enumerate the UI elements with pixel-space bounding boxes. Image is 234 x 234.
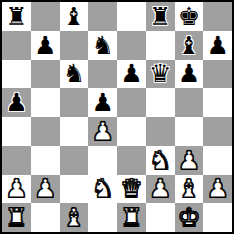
square-g3[interactable]: ♟ — [175, 146, 204, 175]
square-d2[interactable]: ♞ — [88, 175, 117, 204]
square-h4[interactable] — [203, 117, 232, 146]
square-g2[interactable]: ♝ — [175, 175, 204, 204]
square-d4[interactable]: ♟ — [88, 117, 117, 146]
black-rook[interactable]: ♜ — [5, 4, 27, 29]
square-c5[interactable] — [60, 88, 89, 117]
chess-board: ♜♝♜♚♟♞♝♟♞♟♛♟♟♟♟♞♟♟♟♞♛♟♝♟♜♝♜♚ — [0, 0, 234, 234]
square-h8[interactable] — [203, 2, 232, 31]
square-f4[interactable] — [146, 117, 175, 146]
square-c8[interactable]: ♝ — [60, 2, 89, 31]
square-c6[interactable]: ♞ — [60, 60, 89, 89]
square-h5[interactable] — [203, 88, 232, 117]
black-pawn[interactable]: ♟ — [91, 90, 113, 115]
square-h1[interactable] — [203, 203, 232, 232]
square-e5[interactable] — [117, 88, 146, 117]
square-d3[interactable] — [88, 146, 117, 175]
square-a8[interactable]: ♜ — [2, 2, 31, 31]
square-b7[interactable]: ♟ — [31, 31, 60, 60]
square-g4[interactable] — [175, 117, 204, 146]
square-f8[interactable]: ♜ — [146, 2, 175, 31]
black-pawn[interactable]: ♟ — [34, 33, 56, 58]
square-b1[interactable] — [31, 203, 60, 232]
white-pawn[interactable]: ♟ — [91, 119, 113, 144]
square-a4[interactable] — [2, 117, 31, 146]
square-h3[interactable] — [203, 146, 232, 175]
square-b6[interactable] — [31, 60, 60, 89]
square-a6[interactable] — [2, 60, 31, 89]
square-f1[interactable] — [146, 203, 175, 232]
square-g7[interactable]: ♝ — [175, 31, 204, 60]
square-c1[interactable]: ♝ — [60, 203, 89, 232]
square-e2[interactable]: ♛ — [117, 175, 146, 204]
square-a2[interactable]: ♟ — [2, 175, 31, 204]
square-h7[interactable]: ♟ — [203, 31, 232, 60]
black-pawn[interactable]: ♟ — [120, 61, 142, 86]
black-knight[interactable]: ♞ — [63, 61, 85, 86]
white-pawn[interactable]: ♟ — [34, 176, 56, 201]
white-king[interactable]: ♚ — [178, 205, 200, 230]
black-rook[interactable]: ♜ — [149, 4, 171, 29]
square-a3[interactable] — [2, 146, 31, 175]
square-d7[interactable]: ♞ — [88, 31, 117, 60]
square-e4[interactable] — [117, 117, 146, 146]
square-b4[interactable] — [31, 117, 60, 146]
square-g5[interactable] — [175, 88, 204, 117]
square-b3[interactable] — [31, 146, 60, 175]
square-h2[interactable]: ♟ — [203, 175, 232, 204]
black-knight[interactable]: ♞ — [91, 33, 113, 58]
square-f3[interactable]: ♞ — [146, 146, 175, 175]
square-d8[interactable] — [88, 2, 117, 31]
white-pawn[interactable]: ♟ — [149, 176, 171, 201]
white-queen[interactable]: ♛ — [120, 176, 142, 201]
square-a7[interactable] — [2, 31, 31, 60]
white-rook[interactable]: ♜ — [120, 205, 142, 230]
white-knight[interactable]: ♞ — [91, 176, 113, 201]
white-pawn[interactable]: ♟ — [206, 176, 228, 201]
square-g1[interactable]: ♚ — [175, 203, 204, 232]
black-pawn[interactable]: ♟ — [178, 61, 200, 86]
square-b2[interactable]: ♟ — [31, 175, 60, 204]
square-e1[interactable]: ♜ — [117, 203, 146, 232]
white-pawn[interactable]: ♟ — [178, 148, 200, 173]
white-knight[interactable]: ♞ — [149, 148, 171, 173]
square-c7[interactable] — [60, 31, 89, 60]
square-e7[interactable] — [117, 31, 146, 60]
black-pawn[interactable]: ♟ — [5, 90, 27, 115]
square-e8[interactable] — [117, 2, 146, 31]
square-c2[interactable] — [60, 175, 89, 204]
square-c3[interactable] — [60, 146, 89, 175]
square-d1[interactable] — [88, 203, 117, 232]
white-bishop[interactable]: ♝ — [178, 176, 200, 201]
square-c4[interactable] — [60, 117, 89, 146]
black-bishop[interactable]: ♝ — [178, 33, 200, 58]
white-bishop[interactable]: ♝ — [63, 205, 85, 230]
square-d5[interactable]: ♟ — [88, 88, 117, 117]
white-rook[interactable]: ♜ — [5, 205, 27, 230]
square-b8[interactable] — [31, 2, 60, 31]
black-bishop[interactable]: ♝ — [63, 4, 85, 29]
square-e6[interactable]: ♟ — [117, 60, 146, 89]
square-f2[interactable]: ♟ — [146, 175, 175, 204]
square-h6[interactable] — [203, 60, 232, 89]
square-a1[interactable]: ♜ — [2, 203, 31, 232]
white-pawn[interactable]: ♟ — [5, 176, 27, 201]
square-g6[interactable]: ♟ — [175, 60, 204, 89]
black-queen[interactable]: ♛ — [149, 61, 171, 86]
square-g8[interactable]: ♚ — [175, 2, 204, 31]
square-e3[interactable] — [117, 146, 146, 175]
square-f7[interactable] — [146, 31, 175, 60]
black-king[interactable]: ♚ — [178, 4, 200, 29]
square-a5[interactable]: ♟ — [2, 88, 31, 117]
square-b5[interactable] — [31, 88, 60, 117]
square-f6[interactable]: ♛ — [146, 60, 175, 89]
square-f5[interactable] — [146, 88, 175, 117]
square-d6[interactable] — [88, 60, 117, 89]
black-pawn[interactable]: ♟ — [206, 33, 228, 58]
